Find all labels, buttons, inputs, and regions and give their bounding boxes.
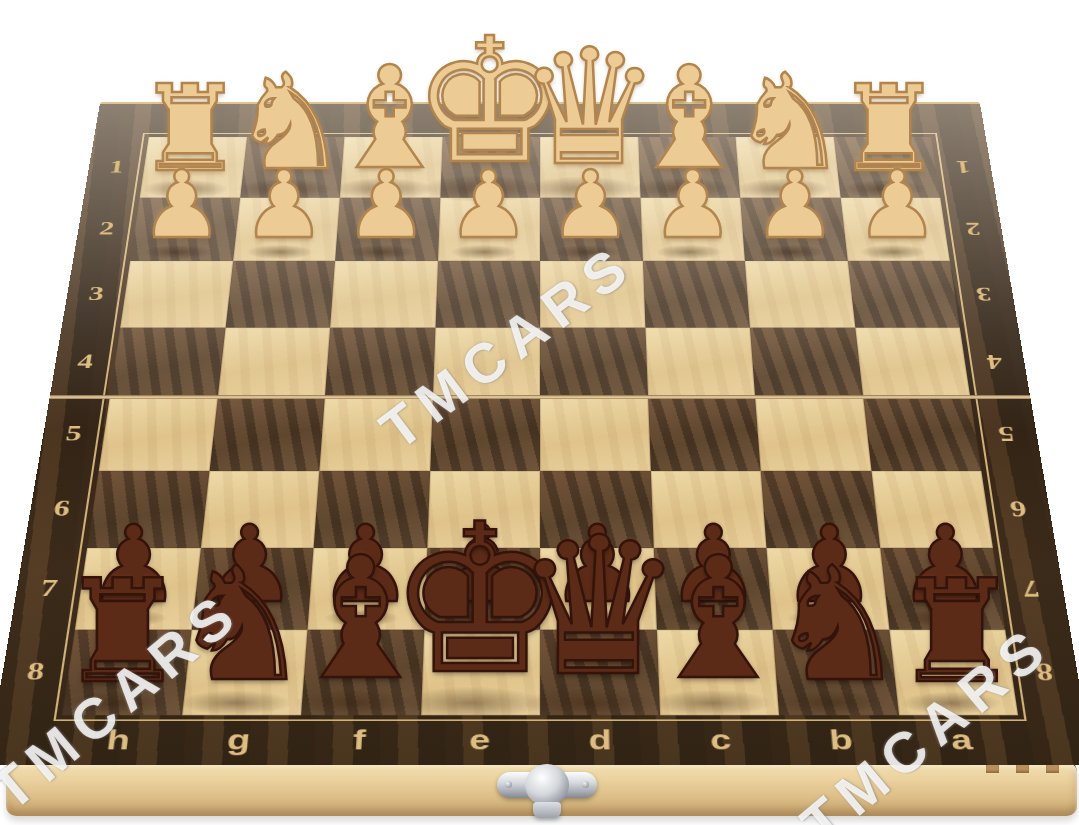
- square-h1: [139, 137, 246, 198]
- square-c8: [656, 629, 779, 715]
- square-d1: [540, 137, 640, 198]
- square-c7: [653, 548, 772, 629]
- square-c5: [647, 397, 760, 470]
- rank-label-right-2: 2: [943, 218, 1003, 239]
- file-label-d: d: [588, 714, 612, 766]
- square-e1: [439, 137, 539, 198]
- square-g3: [225, 261, 335, 328]
- square-f3: [330, 261, 437, 328]
- square-g1: [239, 137, 344, 198]
- square-c2: [640, 197, 745, 260]
- square-f2: [335, 197, 440, 260]
- square-c6: [650, 471, 766, 548]
- rank-label-right-4: 4: [963, 350, 1026, 373]
- square-f8: [300, 629, 423, 715]
- rank-label-left-5: 5: [41, 421, 106, 446]
- square-h3: [120, 261, 232, 328]
- screw-icon: [505, 781, 512, 788]
- square-f1: [339, 137, 441, 198]
- rank-label-right-1: 1: [934, 157, 992, 177]
- square-h2: [130, 197, 240, 260]
- square-a7: [879, 548, 1004, 629]
- rank-label-left-1: 1: [87, 157, 145, 177]
- file-label-e: e: [468, 714, 490, 766]
- square-b8: [772, 629, 898, 715]
- square-g6: [200, 471, 319, 548]
- file-label-g: g: [224, 714, 252, 766]
- square-d5: [540, 397, 650, 470]
- product-photo: 1122334455667788hgfedcba ♜♞♝♚♛♝♞♜♟♟♟♟♟♟♟…: [0, 0, 1079, 825]
- square-d7: [540, 548, 656, 629]
- metal-latch-icon: [497, 764, 597, 820]
- square-c4: [644, 327, 754, 397]
- square-e8: [420, 629, 540, 715]
- rank-label-right-3: 3: [953, 283, 1014, 305]
- rank-label-left-6: 6: [28, 496, 95, 522]
- latch-boss: [525, 764, 569, 806]
- square-d6: [540, 471, 653, 548]
- square-a4: [854, 327, 969, 397]
- board-fold-seam: [49, 395, 1030, 399]
- file-label-f: f: [351, 714, 367, 766]
- square-b4: [749, 327, 862, 397]
- square-a1: [833, 137, 940, 198]
- square-b1: [735, 137, 840, 198]
- screw-icon: [582, 781, 589, 788]
- rank-label-left-4: 4: [53, 350, 116, 373]
- square-b3: [744, 261, 854, 328]
- rank-label-left-8: 8: [0, 657, 70, 686]
- square-g2: [232, 197, 339, 260]
- square-f7: [307, 548, 426, 629]
- square-e6: [426, 471, 539, 548]
- square-b2: [740, 197, 847, 260]
- square-h6: [87, 471, 209, 548]
- square-c1: [637, 137, 739, 198]
- rank-label-right-6: 6: [985, 496, 1052, 522]
- rank-label-right-5: 5: [973, 421, 1038, 446]
- latch-tab: [533, 802, 561, 818]
- square-g5: [209, 397, 325, 470]
- square-c3: [642, 261, 749, 328]
- square-b7: [766, 548, 888, 629]
- square-a2: [840, 197, 950, 260]
- rank-label-left-2: 2: [76, 218, 136, 239]
- square-a6: [870, 471, 992, 548]
- rank-label-right-7: 7: [996, 574, 1064, 601]
- square-a3: [847, 261, 959, 328]
- square-h5: [98, 397, 217, 470]
- square-e2: [437, 197, 539, 260]
- file-label-c: c: [708, 714, 732, 766]
- square-b6: [760, 471, 879, 548]
- square-h4: [109, 327, 224, 397]
- rank-label-left-3: 3: [65, 283, 126, 305]
- square-e7: [423, 548, 539, 629]
- square-g4: [217, 327, 330, 397]
- square-d8: [540, 629, 660, 715]
- rank-label-left-7: 7: [14, 574, 82, 601]
- square-f6: [313, 471, 429, 548]
- square-a5: [862, 397, 981, 470]
- square-b5: [755, 397, 871, 470]
